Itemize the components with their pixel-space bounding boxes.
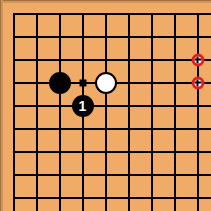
intersection[interactable] (186, 71, 209, 94)
intersection[interactable] (186, 117, 209, 140)
intersection[interactable] (163, 140, 186, 163)
circle-mark-icon (191, 76, 204, 89)
intersection[interactable] (186, 140, 209, 163)
intersection[interactable] (94, 186, 117, 209)
intersection[interactable] (140, 140, 163, 163)
intersection[interactable] (71, 140, 94, 163)
intersection[interactable] (71, 186, 94, 209)
intersection[interactable] (163, 71, 186, 94)
intersection[interactable] (48, 163, 71, 186)
intersection (209, 140, 211, 163)
intersection[interactable] (94, 2, 117, 25)
intersection (2, 209, 25, 211)
intersection (209, 48, 211, 71)
intersection (209, 163, 211, 186)
intersection[interactable] (163, 25, 186, 48)
black-stone (49, 72, 71, 94)
intersection[interactable] (117, 117, 140, 140)
intersection[interactable]: 1 (71, 94, 94, 117)
black-stone-move-1: 1 (72, 95, 94, 117)
intersection (209, 2, 211, 25)
intersection[interactable] (117, 94, 140, 117)
intersection[interactable] (186, 163, 209, 186)
intersection[interactable] (25, 163, 48, 186)
intersection[interactable] (71, 2, 94, 25)
intersection[interactable] (2, 25, 25, 48)
intersection[interactable] (48, 94, 71, 117)
intersection[interactable] (48, 117, 71, 140)
intersection[interactable] (2, 94, 25, 117)
intersection[interactable] (140, 2, 163, 25)
intersection[interactable] (140, 48, 163, 71)
intersection[interactable] (186, 186, 209, 209)
intersection[interactable] (94, 94, 117, 117)
intersection[interactable] (25, 25, 48, 48)
intersection[interactable] (163, 186, 186, 209)
intersection[interactable] (71, 25, 94, 48)
intersection (71, 209, 94, 211)
intersection[interactable] (186, 25, 209, 48)
intersection[interactable] (94, 71, 117, 94)
intersection (209, 71, 211, 94)
intersection[interactable] (140, 163, 163, 186)
intersection[interactable] (25, 186, 48, 209)
intersection[interactable] (163, 2, 186, 25)
white-stone (95, 72, 117, 94)
intersection[interactable] (117, 140, 140, 163)
intersection[interactable] (71, 163, 94, 186)
intersection[interactable] (48, 48, 71, 71)
intersection[interactable] (186, 2, 209, 25)
intersection[interactable] (94, 117, 117, 140)
intersection[interactable] (2, 71, 25, 94)
intersection[interactable] (117, 71, 140, 94)
star-point-marker (79, 79, 86, 86)
intersection[interactable] (94, 25, 117, 48)
intersection[interactable] (117, 48, 140, 71)
intersection[interactable] (140, 186, 163, 209)
intersection[interactable] (163, 48, 186, 71)
intersection[interactable] (2, 140, 25, 163)
intersection[interactable] (163, 94, 186, 117)
go-board-grid: 1 (2, 2, 211, 211)
circle-mark-icon (191, 53, 204, 66)
intersection[interactable] (71, 71, 94, 94)
intersection[interactable] (48, 186, 71, 209)
intersection[interactable] (48, 2, 71, 25)
intersection[interactable] (117, 186, 140, 209)
intersection[interactable] (25, 94, 48, 117)
intersection[interactable] (94, 140, 117, 163)
intersection[interactable] (48, 140, 71, 163)
intersection[interactable] (140, 117, 163, 140)
intersection[interactable] (140, 71, 163, 94)
intersection[interactable] (163, 163, 186, 186)
intersection[interactable] (2, 117, 25, 140)
intersection[interactable] (71, 117, 94, 140)
intersection (117, 209, 140, 211)
intersection[interactable] (25, 48, 48, 71)
intersection (209, 25, 211, 48)
move-number-label: 1 (79, 98, 87, 112)
intersection (140, 209, 163, 211)
intersection[interactable] (186, 48, 209, 71)
intersection[interactable] (163, 117, 186, 140)
intersection[interactable] (25, 71, 48, 94)
intersection (163, 209, 186, 211)
intersection (25, 209, 48, 211)
intersection[interactable] (2, 163, 25, 186)
intersection[interactable] (94, 163, 117, 186)
intersection[interactable] (2, 2, 25, 25)
intersection[interactable] (25, 117, 48, 140)
intersection[interactable] (25, 140, 48, 163)
intersection (209, 209, 211, 211)
go-board-diagram: 1 (0, 0, 211, 211)
intersection[interactable] (2, 48, 25, 71)
intersection[interactable] (71, 48, 94, 71)
intersection (209, 117, 211, 140)
intersection[interactable] (117, 163, 140, 186)
intersection[interactable] (2, 186, 25, 209)
intersection (209, 94, 211, 117)
board-bevel-left-inner (1, 0, 3, 211)
intersection[interactable] (140, 25, 163, 48)
intersection[interactable] (94, 48, 117, 71)
intersection (186, 209, 209, 211)
board-bevel-top-inner (0, 1, 211, 3)
intersection[interactable] (48, 25, 71, 48)
intersection (94, 209, 117, 211)
intersection[interactable] (48, 71, 71, 94)
intersection[interactable] (117, 2, 140, 25)
intersection[interactable] (117, 25, 140, 48)
intersection (209, 186, 211, 209)
intersection (48, 209, 71, 211)
intersection[interactable] (140, 94, 163, 117)
intersection[interactable] (25, 2, 48, 25)
intersection[interactable] (186, 94, 209, 117)
